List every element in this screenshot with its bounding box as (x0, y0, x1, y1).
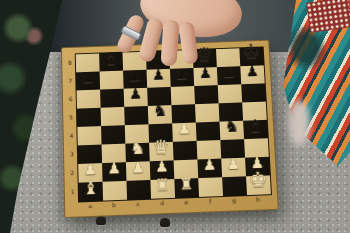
square-e1[interactable]: ♜ (174, 178, 199, 198)
black-pawn[interactable]: ♟ (222, 65, 236, 80)
file-label-h: h (246, 195, 270, 203)
square-e7[interactable]: ♟ (170, 68, 194, 87)
black-pawn[interactable]: ♟ (245, 65, 259, 80)
white-pawn[interactable]: ♟ (226, 157, 240, 172)
square-g6[interactable] (218, 84, 242, 103)
square-h1[interactable]: ♚ (246, 175, 271, 195)
black-pawn[interactable]: ♟ (152, 68, 166, 83)
rank-label-3: 3 (68, 145, 76, 164)
black-knight[interactable]: ♞ (152, 103, 168, 120)
square-f7[interactable]: ♟ (193, 67, 217, 86)
white-pawn[interactable]: ♟ (155, 160, 169, 175)
file-label-c: c (126, 200, 150, 208)
square-d1[interactable]: ♜ (150, 179, 175, 199)
black-pawn[interactable]: ♟ (129, 87, 143, 102)
square-c2[interactable]: ♟ (126, 161, 150, 181)
chessboard: ♝♛♚♟♟♟♟♟♟♟♟♞♟♞♝♞♛♟♟♟♟♟♟♟♝♜♜♚ abcdefgh 12… (61, 40, 279, 218)
square-f4[interactable] (196, 122, 221, 141)
file-label-a: a (78, 202, 102, 210)
square-b5[interactable] (101, 107, 125, 126)
square-e4[interactable]: ♟ (172, 123, 196, 142)
square-a1[interactable]: ♝ (79, 182, 103, 202)
file-label-d: d (150, 199, 174, 207)
black-king[interactable]: ♚ (242, 42, 261, 62)
square-g2[interactable]: ♟ (221, 158, 246, 178)
captured-black-rook[interactable] (160, 218, 170, 227)
file-label-b: b (102, 201, 126, 209)
blurred-hand-blob (288, 100, 310, 146)
rank-label-7: 7 (66, 71, 74, 89)
white-queen[interactable]: ♛ (152, 137, 170, 157)
white-pawn[interactable]: ♟ (131, 161, 145, 176)
white-pawn[interactable]: ♟ (107, 161, 121, 176)
black-pawn[interactable]: ♟ (81, 71, 95, 86)
white-rook[interactable]: ♜ (155, 177, 170, 193)
white-rook[interactable]: ♜ (179, 177, 194, 193)
square-h7[interactable]: ♟ (240, 65, 264, 84)
square-c1[interactable] (126, 180, 151, 200)
square-e3[interactable] (173, 141, 198, 160)
black-pawn[interactable]: ♟ (199, 66, 213, 81)
square-g1[interactable] (222, 176, 247, 196)
white-pawn[interactable]: ♟ (177, 122, 191, 137)
square-d5[interactable]: ♞ (148, 105, 172, 124)
square-f6[interactable] (194, 85, 218, 104)
square-a4[interactable] (77, 126, 101, 145)
file-label-f: f (198, 197, 222, 205)
square-c6[interactable]: ♟ (124, 88, 148, 107)
black-bishop[interactable]: ♝ (247, 117, 264, 135)
square-b6[interactable] (100, 89, 124, 108)
square-e6[interactable] (171, 86, 195, 105)
square-b4[interactable] (101, 125, 125, 144)
square-f5[interactable] (195, 103, 219, 122)
rank-label-1: 1 (69, 182, 77, 201)
rank-label-4: 4 (67, 126, 75, 145)
square-g7[interactable]: ♟ (217, 66, 241, 85)
black-bishop[interactable]: ♝ (103, 50, 119, 68)
rank-label-5: 5 (67, 108, 75, 127)
white-bishop[interactable]: ♝ (82, 179, 99, 197)
black-knight[interactable]: ♞ (224, 118, 240, 135)
chess-photo-scene: ♞ ♝ ♝♛♚♟♟♟♟♟♟♟♟♞♟♞♝♞♛♟♟♟♟♟♟♟♝♜♜♚ abcdefg… (0, 0, 350, 233)
hand-finger (160, 19, 179, 66)
square-c5[interactable] (124, 106, 148, 125)
square-b8[interactable]: ♝ (99, 53, 123, 72)
black-pawn[interactable]: ♟ (175, 67, 189, 82)
square-f2[interactable]: ♟ (197, 159, 222, 179)
white-pawn[interactable]: ♟ (83, 162, 97, 177)
sleeve-dotted-fabric (306, 0, 350, 33)
square-b2[interactable]: ♟ (102, 162, 126, 182)
captured-black-rook[interactable] (96, 216, 106, 225)
square-f1[interactable] (198, 177, 223, 197)
rank-label-2: 2 (68, 163, 76, 182)
rank-label-6: 6 (67, 90, 75, 108)
black-queen[interactable]: ♛ (195, 45, 213, 65)
square-b7[interactable] (100, 71, 124, 90)
black-pawn[interactable]: ♟ (128, 69, 142, 84)
square-a7[interactable]: ♟ (76, 71, 100, 90)
white-knight[interactable]: ♞ (130, 140, 146, 157)
square-h6[interactable] (241, 83, 266, 102)
square-d7[interactable]: ♟ (147, 69, 171, 88)
rank-label-8: 8 (66, 53, 74, 71)
square-g4[interactable]: ♞ (219, 121, 244, 140)
square-a6[interactable] (77, 90, 101, 109)
board-grid: ♝♛♚♟♟♟♟♟♟♟♟♞♟♞♝♞♛♟♟♟♟♟♟♟♝♜♜♚ (75, 46, 272, 202)
square-a5[interactable] (77, 108, 101, 127)
square-h4[interactable]: ♝ (243, 120, 268, 139)
square-b1[interactable] (103, 181, 128, 201)
white-king[interactable]: ♚ (248, 170, 268, 191)
white-pawn[interactable]: ♟ (203, 158, 217, 173)
file-label-e: e (174, 198, 198, 206)
file-label-g: g (222, 196, 246, 204)
